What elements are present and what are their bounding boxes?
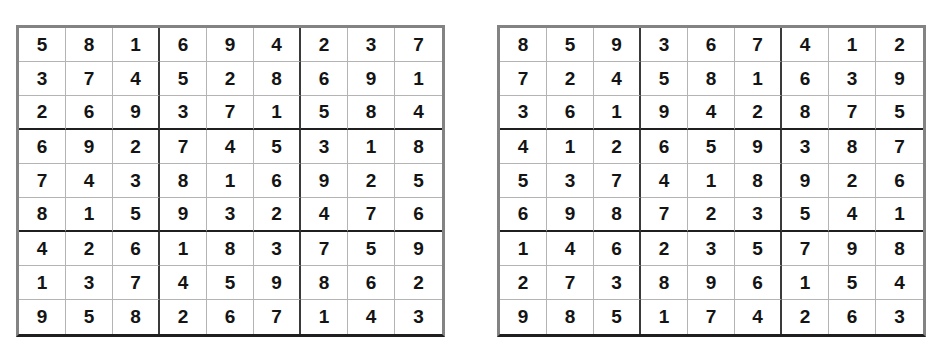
cell-r8c6: 6 bbox=[735, 266, 782, 300]
cell-r3c8: 8 bbox=[348, 96, 395, 130]
cell-r7c2: 2 bbox=[66, 232, 113, 266]
cell-r2c8: 9 bbox=[348, 62, 395, 96]
cell-r6c7: 5 bbox=[782, 198, 829, 232]
cell-r8c9: 2 bbox=[395, 266, 442, 300]
cell-r7c2: 4 bbox=[547, 232, 594, 266]
cell-r3c4: 3 bbox=[160, 96, 207, 130]
cell-r9c2: 8 bbox=[547, 300, 594, 334]
cell-r5c2: 3 bbox=[547, 164, 594, 198]
cell-r9c5: 6 bbox=[207, 300, 254, 334]
page: 5816942373745286912693715846927453187438… bbox=[0, 0, 945, 355]
cell-r2c7: 6 bbox=[782, 62, 829, 96]
cell-r5c5: 1 bbox=[688, 164, 735, 198]
cell-r7c5: 8 bbox=[207, 232, 254, 266]
cell-r6c2: 1 bbox=[66, 198, 113, 232]
cell-r2c9: 9 bbox=[876, 62, 923, 96]
cell-r7c4: 2 bbox=[641, 232, 688, 266]
cell-r8c8: 6 bbox=[348, 266, 395, 300]
cell-r8c9: 4 bbox=[876, 266, 923, 300]
cell-r2c1: 3 bbox=[19, 62, 66, 96]
cell-r1c2: 5 bbox=[547, 28, 594, 62]
cell-r8c7: 1 bbox=[782, 266, 829, 300]
cell-r7c3: 6 bbox=[113, 232, 160, 266]
cell-r7c5: 3 bbox=[688, 232, 735, 266]
cell-r3c5: 7 bbox=[207, 96, 254, 130]
cell-r1c9: 7 bbox=[395, 28, 442, 62]
cell-r2c2: 2 bbox=[547, 62, 594, 96]
cell-r6c6: 3 bbox=[735, 198, 782, 232]
cell-r3c6: 1 bbox=[254, 96, 301, 130]
sudoku-boards-container: 5816942373745286912693715846927453187438… bbox=[16, 25, 926, 337]
cell-r8c1: 2 bbox=[500, 266, 547, 300]
cell-r6c2: 9 bbox=[547, 198, 594, 232]
cell-r8c5: 9 bbox=[688, 266, 735, 300]
cell-r4c4: 7 bbox=[160, 130, 207, 164]
cell-r6c5: 3 bbox=[207, 198, 254, 232]
cell-r5c1: 5 bbox=[500, 164, 547, 198]
cell-r1c1: 8 bbox=[500, 28, 547, 62]
cell-r2c3: 4 bbox=[113, 62, 160, 96]
cell-r4c6: 9 bbox=[735, 130, 782, 164]
cell-r4c4: 6 bbox=[641, 130, 688, 164]
cell-r6c6: 2 bbox=[254, 198, 301, 232]
cell-r4c5: 4 bbox=[207, 130, 254, 164]
cell-r5c4: 8 bbox=[160, 164, 207, 198]
cell-r2c4: 5 bbox=[160, 62, 207, 96]
cell-r9c8: 4 bbox=[348, 300, 395, 334]
cell-r3c9: 5 bbox=[876, 96, 923, 130]
cell-r5c7: 9 bbox=[301, 164, 348, 198]
sudoku-board-right: 8593674127245816393619428754126593875374… bbox=[497, 25, 926, 337]
cell-r1c5: 9 bbox=[207, 28, 254, 62]
cell-r3c8: 7 bbox=[829, 96, 876, 130]
cell-r9c8: 6 bbox=[829, 300, 876, 334]
cell-r3c7: 5 bbox=[301, 96, 348, 130]
sudoku-board-left: 5816942373745286912693715846927453187438… bbox=[16, 25, 445, 337]
cell-r5c3: 7 bbox=[594, 164, 641, 198]
cell-r7c4: 1 bbox=[160, 232, 207, 266]
cell-r3c3: 1 bbox=[594, 96, 641, 130]
cell-r5c9: 5 bbox=[395, 164, 442, 198]
cell-r5c4: 4 bbox=[641, 164, 688, 198]
cell-r1c6: 4 bbox=[254, 28, 301, 62]
cell-r4c1: 6 bbox=[19, 130, 66, 164]
cell-r5c3: 3 bbox=[113, 164, 160, 198]
cell-r1c9: 2 bbox=[876, 28, 923, 62]
cell-r7c9: 9 bbox=[395, 232, 442, 266]
cell-r1c4: 3 bbox=[641, 28, 688, 62]
cell-r4c9: 8 bbox=[395, 130, 442, 164]
cell-r8c5: 5 bbox=[207, 266, 254, 300]
cell-r7c1: 4 bbox=[19, 232, 66, 266]
cell-r4c3: 2 bbox=[113, 130, 160, 164]
cell-r9c6: 4 bbox=[735, 300, 782, 334]
cell-r2c6: 8 bbox=[254, 62, 301, 96]
cell-r2c2: 7 bbox=[66, 62, 113, 96]
cell-r6c1: 8 bbox=[19, 198, 66, 232]
cell-r1c7: 2 bbox=[301, 28, 348, 62]
cell-r9c7: 2 bbox=[782, 300, 829, 334]
cell-r1c5: 6 bbox=[688, 28, 735, 62]
cell-r2c5: 8 bbox=[688, 62, 735, 96]
cell-r6c9: 6 bbox=[395, 198, 442, 232]
cell-r5c6: 8 bbox=[735, 164, 782, 198]
cell-r1c2: 8 bbox=[66, 28, 113, 62]
cell-r2c4: 5 bbox=[641, 62, 688, 96]
cell-r7c3: 6 bbox=[594, 232, 641, 266]
cell-r5c1: 7 bbox=[19, 164, 66, 198]
cell-r9c1: 9 bbox=[19, 300, 66, 334]
cell-r9c4: 1 bbox=[641, 300, 688, 334]
cell-r4c8: 1 bbox=[348, 130, 395, 164]
cell-r2c8: 3 bbox=[829, 62, 876, 96]
cell-r3c3: 9 bbox=[113, 96, 160, 130]
cell-r2c6: 1 bbox=[735, 62, 782, 96]
cell-r9c3: 5 bbox=[594, 300, 641, 334]
cell-r1c7: 4 bbox=[782, 28, 829, 62]
cell-r8c4: 4 bbox=[160, 266, 207, 300]
cell-r4c5: 5 bbox=[688, 130, 735, 164]
cell-r7c7: 7 bbox=[301, 232, 348, 266]
cell-r8c2: 7 bbox=[547, 266, 594, 300]
cell-r1c6: 7 bbox=[735, 28, 782, 62]
cell-r3c2: 6 bbox=[547, 96, 594, 130]
cell-r5c8: 2 bbox=[348, 164, 395, 198]
cell-r6c9: 1 bbox=[876, 198, 923, 232]
cell-r1c8: 1 bbox=[829, 28, 876, 62]
cell-r2c7: 6 bbox=[301, 62, 348, 96]
cell-r5c2: 4 bbox=[66, 164, 113, 198]
cell-r8c3: 7 bbox=[113, 266, 160, 300]
cell-r4c2: 1 bbox=[547, 130, 594, 164]
cell-r8c2: 3 bbox=[66, 266, 113, 300]
cell-r6c4: 7 bbox=[641, 198, 688, 232]
cell-r1c1: 5 bbox=[19, 28, 66, 62]
cell-r9c9: 3 bbox=[876, 300, 923, 334]
cell-r9c2: 5 bbox=[66, 300, 113, 334]
cell-r3c1: 2 bbox=[19, 96, 66, 130]
cell-r9c6: 7 bbox=[254, 300, 301, 334]
cell-r4c6: 5 bbox=[254, 130, 301, 164]
cell-r4c8: 8 bbox=[829, 130, 876, 164]
cell-r8c3: 3 bbox=[594, 266, 641, 300]
cell-r5c5: 1 bbox=[207, 164, 254, 198]
cell-r7c8: 9 bbox=[829, 232, 876, 266]
cell-r7c1: 1 bbox=[500, 232, 547, 266]
cell-r3c2: 6 bbox=[66, 96, 113, 130]
cell-r3c1: 3 bbox=[500, 96, 547, 130]
cell-r4c7: 3 bbox=[301, 130, 348, 164]
cell-r7c6: 5 bbox=[735, 232, 782, 266]
cell-r5c6: 6 bbox=[254, 164, 301, 198]
cell-r8c6: 9 bbox=[254, 266, 301, 300]
cell-r9c1: 9 bbox=[500, 300, 547, 334]
cell-r8c7: 8 bbox=[301, 266, 348, 300]
cell-r6c8: 4 bbox=[829, 198, 876, 232]
cell-r6c7: 4 bbox=[301, 198, 348, 232]
cell-r3c4: 9 bbox=[641, 96, 688, 130]
cell-r5c7: 9 bbox=[782, 164, 829, 198]
cell-r2c5: 2 bbox=[207, 62, 254, 96]
cell-r6c8: 7 bbox=[348, 198, 395, 232]
cell-r8c8: 5 bbox=[829, 266, 876, 300]
cell-r8c4: 8 bbox=[641, 266, 688, 300]
cell-r1c8: 3 bbox=[348, 28, 395, 62]
cell-r8c1: 1 bbox=[19, 266, 66, 300]
cell-r2c9: 1 bbox=[395, 62, 442, 96]
cell-r3c6: 2 bbox=[735, 96, 782, 130]
cell-r6c3: 8 bbox=[594, 198, 641, 232]
cell-r2c1: 7 bbox=[500, 62, 547, 96]
cell-r9c4: 2 bbox=[160, 300, 207, 334]
cell-r7c7: 7 bbox=[782, 232, 829, 266]
cell-r9c5: 7 bbox=[688, 300, 735, 334]
cell-r4c3: 2 bbox=[594, 130, 641, 164]
cell-r4c7: 3 bbox=[782, 130, 829, 164]
cell-r6c1: 6 bbox=[500, 198, 547, 232]
cell-r1c4: 6 bbox=[160, 28, 207, 62]
cell-r3c7: 8 bbox=[782, 96, 829, 130]
cell-r5c8: 2 bbox=[829, 164, 876, 198]
cell-r2c3: 4 bbox=[594, 62, 641, 96]
cell-r3c9: 4 bbox=[395, 96, 442, 130]
cell-r9c7: 1 bbox=[301, 300, 348, 334]
cell-r6c5: 2 bbox=[688, 198, 735, 232]
cell-r7c8: 5 bbox=[348, 232, 395, 266]
cell-r5c9: 6 bbox=[876, 164, 923, 198]
cell-r7c6: 3 bbox=[254, 232, 301, 266]
cell-r3c5: 4 bbox=[688, 96, 735, 130]
cell-r9c9: 3 bbox=[395, 300, 442, 334]
cell-r6c3: 5 bbox=[113, 198, 160, 232]
cell-r4c2: 9 bbox=[66, 130, 113, 164]
cell-r6c4: 9 bbox=[160, 198, 207, 232]
cell-r4c1: 4 bbox=[500, 130, 547, 164]
cell-r1c3: 1 bbox=[113, 28, 160, 62]
cell-r4c9: 7 bbox=[876, 130, 923, 164]
cell-r7c9: 8 bbox=[876, 232, 923, 266]
cell-r9c3: 8 bbox=[113, 300, 160, 334]
cell-r1c3: 9 bbox=[594, 28, 641, 62]
